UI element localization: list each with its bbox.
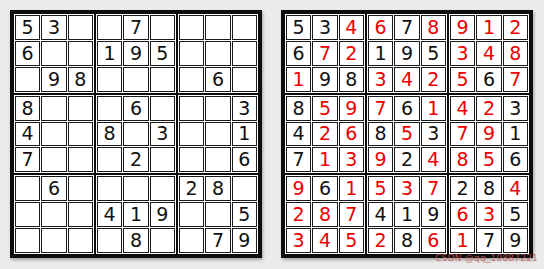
cell-solution-r1c2: 3 (312, 15, 337, 40)
cell-puzzle-r9c9: 9 (232, 228, 257, 253)
box-solution-13: 912348567 (448, 13, 530, 94)
box-puzzle-12: 7195 (95, 13, 177, 94)
cell-solution-r8c8: 3 (476, 202, 501, 227)
cell-solution-r8c1: 2 (286, 202, 311, 227)
cell-puzzle-r2c4: 1 (97, 41, 122, 66)
cell-puzzle-r1c4 (97, 15, 122, 40)
cell-puzzle-r8c3 (68, 202, 93, 227)
cell-solution-r3c4: 3 (368, 67, 393, 92)
cell-puzzle-r3c8: 6 (205, 67, 230, 92)
cell-solution-r5c6: 3 (421, 122, 446, 147)
cell-puzzle-r3c7 (179, 67, 204, 92)
cell-puzzle-r3c5 (123, 67, 148, 92)
cell-puzzle-r9c1 (15, 228, 40, 253)
cell-puzzle-r8c2 (41, 202, 66, 227)
cell-puzzle-r7c2: 6 (41, 176, 66, 201)
cell-solution-r3c3: 8 (339, 67, 364, 92)
cell-puzzle-r1c1: 5 (15, 15, 40, 40)
cell-solution-r8c2: 8 (312, 202, 337, 227)
cell-solution-r9c3: 5 (339, 228, 364, 253)
cell-puzzle-r8c4: 4 (97, 202, 122, 227)
cell-puzzle-r6c9: 6 (232, 147, 257, 172)
cell-solution-r5c4: 8 (368, 122, 393, 147)
cell-solution-r6c4: 9 (368, 147, 393, 172)
cell-puzzle-r9c6 (150, 228, 175, 253)
cell-puzzle-r1c8 (205, 15, 230, 40)
cell-solution-r2c6: 5 (421, 41, 446, 66)
cell-solution-r8c4: 4 (368, 202, 393, 227)
cell-puzzle-r2c2 (41, 41, 66, 66)
cell-solution-r2c7: 3 (450, 41, 475, 66)
cell-solution-r5c2: 2 (312, 122, 337, 147)
cell-solution-r2c4: 1 (368, 41, 393, 66)
cell-solution-r4c8: 2 (476, 96, 501, 121)
cell-puzzle-r2c3 (68, 41, 93, 66)
box-puzzle-31: 6 (13, 174, 95, 255)
cell-solution-r6c5: 2 (394, 147, 419, 172)
cell-puzzle-r2c5: 9 (123, 41, 148, 66)
cell-puzzle-r3c3: 8 (68, 67, 93, 92)
cell-solution-r9c2: 4 (312, 228, 337, 253)
cell-puzzle-r1c6 (150, 15, 175, 40)
cell-solution-r5c3: 6 (339, 122, 364, 147)
cell-puzzle-r5c5 (123, 122, 148, 147)
cell-puzzle-r7c8: 8 (205, 176, 230, 201)
box-solution-32: 537419286 (366, 174, 448, 255)
cell-puzzle-r6c5: 2 (123, 147, 148, 172)
box-solution-22: 761853924 (366, 94, 448, 175)
cell-puzzle-r3c6 (150, 67, 175, 92)
cell-solution-r1c7: 9 (450, 15, 475, 40)
box-puzzle-13: 6 (177, 13, 259, 94)
puzzle-board: 536987195684768323166419828579 (10, 10, 262, 258)
cell-puzzle-r4c6 (150, 96, 175, 121)
box-puzzle-23: 316 (177, 94, 259, 175)
cell-solution-r8c9: 5 (503, 202, 528, 227)
cell-puzzle-r7c9 (232, 176, 257, 201)
cell-puzzle-r6c4 (97, 147, 122, 172)
cell-solution-r5c8: 9 (476, 122, 501, 147)
cell-solution-r3c6: 2 (421, 67, 446, 92)
cell-solution-r6c7: 8 (450, 147, 475, 172)
cell-solution-r2c1: 6 (286, 41, 311, 66)
cell-solution-r9c8: 7 (476, 228, 501, 253)
cell-solution-r7c6: 7 (421, 176, 446, 201)
cell-puzzle-r7c4 (97, 176, 122, 201)
cell-solution-r5c1: 4 (286, 122, 311, 147)
cell-solution-r6c8: 5 (476, 147, 501, 172)
cell-solution-r1c5: 7 (394, 15, 419, 40)
cell-puzzle-r1c2: 3 (41, 15, 66, 40)
cell-solution-r3c8: 6 (476, 67, 501, 92)
cell-puzzle-r4c5: 6 (123, 96, 148, 121)
box-puzzle-33: 28579 (177, 174, 259, 255)
cell-puzzle-r2c6: 5 (150, 41, 175, 66)
cell-puzzle-r7c5 (123, 176, 148, 201)
cell-solution-r9c1: 3 (286, 228, 311, 253)
cell-solution-r4c1: 8 (286, 96, 311, 121)
cell-puzzle-r9c5: 8 (123, 228, 148, 253)
box-solution-31: 961287345 (284, 174, 366, 255)
cell-solution-r6c6: 4 (421, 147, 446, 172)
cell-solution-r7c3: 1 (339, 176, 364, 201)
cell-puzzle-r5c1: 4 (15, 122, 40, 147)
cell-puzzle-r9c8: 7 (205, 228, 230, 253)
box-solution-21: 859426713 (284, 94, 366, 175)
cell-solution-r6c9: 6 (503, 147, 528, 172)
cell-solution-r1c3: 4 (339, 15, 364, 40)
cell-puzzle-r4c7 (179, 96, 204, 121)
cell-puzzle-r3c2: 9 (41, 67, 66, 92)
cell-solution-r8c7: 6 (450, 202, 475, 227)
cell-solution-r4c5: 6 (394, 96, 419, 121)
cell-puzzle-r4c1: 8 (15, 96, 40, 121)
cell-puzzle-r2c9 (232, 41, 257, 66)
cell-puzzle-r5c6: 3 (150, 122, 175, 147)
cell-solution-r6c2: 1 (312, 147, 337, 172)
cell-solution-r1c8: 1 (476, 15, 501, 40)
cell-puzzle-r6c6 (150, 147, 175, 172)
cell-puzzle-r1c5: 7 (123, 15, 148, 40)
cell-puzzle-r8c7 (179, 202, 204, 227)
cell-solution-r5c9: 1 (503, 122, 528, 147)
cell-solution-r4c2: 5 (312, 96, 337, 121)
cell-solution-r3c7: 5 (450, 67, 475, 92)
cell-solution-r5c5: 5 (394, 122, 419, 147)
cell-puzzle-r5c4: 8 (97, 122, 122, 147)
cell-puzzle-r3c1 (15, 67, 40, 92)
cell-puzzle-r5c8 (205, 122, 230, 147)
cell-solution-r3c1: 1 (286, 67, 311, 92)
cell-puzzle-r3c4 (97, 67, 122, 92)
cell-puzzle-r4c3 (68, 96, 93, 121)
cell-solution-r7c1: 9 (286, 176, 311, 201)
box-solution-11: 534672198 (284, 13, 366, 94)
cell-puzzle-r5c3 (68, 122, 93, 147)
box-solution-23: 423791856 (448, 94, 530, 175)
cell-solution-r7c5: 3 (394, 176, 419, 201)
cell-puzzle-r6c2 (41, 147, 66, 172)
cell-puzzle-r9c2 (41, 228, 66, 253)
cell-puzzle-r5c7 (179, 122, 204, 147)
cell-solution-r2c3: 2 (339, 41, 364, 66)
cell-puzzle-r9c4 (97, 228, 122, 253)
cell-solution-r8c3: 7 (339, 202, 364, 227)
box-puzzle-11: 53698 (13, 13, 95, 94)
cell-solution-r1c4: 6 (368, 15, 393, 40)
cell-puzzle-r1c3 (68, 15, 93, 40)
cell-solution-r9c5: 8 (394, 228, 419, 253)
cell-puzzle-r7c6 (150, 176, 175, 201)
cell-puzzle-r1c7 (179, 15, 204, 40)
cell-solution-r9c6: 6 (421, 228, 446, 253)
cell-puzzle-r6c7 (179, 147, 204, 172)
cell-solution-r3c5: 4 (394, 67, 419, 92)
cell-puzzle-r7c7: 2 (179, 176, 204, 201)
cell-puzzle-r8c8 (205, 202, 230, 227)
cell-solution-r4c9: 3 (503, 96, 528, 121)
cell-puzzle-r5c9: 1 (232, 122, 257, 147)
cell-solution-r1c6: 8 (421, 15, 446, 40)
cell-solution-r7c2: 6 (312, 176, 337, 201)
cell-solution-r6c1: 7 (286, 147, 311, 172)
cell-solution-r7c4: 5 (368, 176, 393, 201)
cell-solution-r8c5: 1 (394, 202, 419, 227)
cell-puzzle-r8c5: 1 (123, 202, 148, 227)
cell-solution-r6c3: 3 (339, 147, 364, 172)
cell-puzzle-r4c8 (205, 96, 230, 121)
box-solution-12: 678195342 (366, 13, 448, 94)
cell-puzzle-r7c1 (15, 176, 40, 201)
cell-puzzle-r2c7 (179, 41, 204, 66)
cell-solution-r5c7: 7 (450, 122, 475, 147)
cell-puzzle-r6c8 (205, 147, 230, 172)
solution-board: 5346721986781953429123485678594267137618… (281, 10, 533, 258)
cell-puzzle-r8c6: 9 (150, 202, 175, 227)
cell-solution-r2c9: 8 (503, 41, 528, 66)
cell-puzzle-r2c1: 6 (15, 41, 40, 66)
cell-puzzle-r8c1 (15, 202, 40, 227)
cell-solution-r7c9: 4 (503, 176, 528, 201)
cell-solution-r4c3: 9 (339, 96, 364, 121)
cell-solution-r4c4: 7 (368, 96, 393, 121)
cell-solution-r3c9: 7 (503, 67, 528, 92)
cell-puzzle-r4c9: 3 (232, 96, 257, 121)
cell-solution-r2c2: 7 (312, 41, 337, 66)
box-solution-33: 284635179 (448, 174, 530, 255)
box-puzzle-21: 847 (13, 94, 95, 175)
cell-solution-r1c9: 2 (503, 15, 528, 40)
cell-solution-r9c7: 1 (450, 228, 475, 253)
box-puzzle-22: 6832 (95, 94, 177, 175)
cell-solution-r8c6: 9 (421, 202, 446, 227)
cell-puzzle-r5c2 (41, 122, 66, 147)
cell-solution-r9c4: 2 (368, 228, 393, 253)
cell-solution-r2c5: 9 (394, 41, 419, 66)
cell-puzzle-r8c9: 5 (232, 202, 257, 227)
cell-puzzle-r3c9 (232, 67, 257, 92)
cell-solution-r2c8: 4 (476, 41, 501, 66)
cell-solution-r7c7: 2 (450, 176, 475, 201)
cell-puzzle-r6c3 (68, 147, 93, 172)
cell-puzzle-r7c3 (68, 176, 93, 201)
cell-puzzle-r9c3 (68, 228, 93, 253)
box-puzzle-32: 4198 (95, 174, 177, 255)
cell-solution-r9c9: 9 (503, 228, 528, 253)
cell-puzzle-r4c4 (97, 96, 122, 121)
sudoku-diagram: 536987195684768323166419828579 534672198… (0, 0, 544, 269)
cell-puzzle-r6c1: 7 (15, 147, 40, 172)
cell-solution-r7c8: 8 (476, 176, 501, 201)
cell-puzzle-r1c9 (232, 15, 257, 40)
cell-solution-r1c1: 5 (286, 15, 311, 40)
cell-solution-r4c6: 1 (421, 96, 446, 121)
cell-puzzle-r9c7 (179, 228, 204, 253)
cell-solution-r3c2: 9 (312, 67, 337, 92)
cell-puzzle-r2c8 (205, 41, 230, 66)
cell-solution-r4c7: 4 (450, 96, 475, 121)
cell-puzzle-r4c2 (41, 96, 66, 121)
